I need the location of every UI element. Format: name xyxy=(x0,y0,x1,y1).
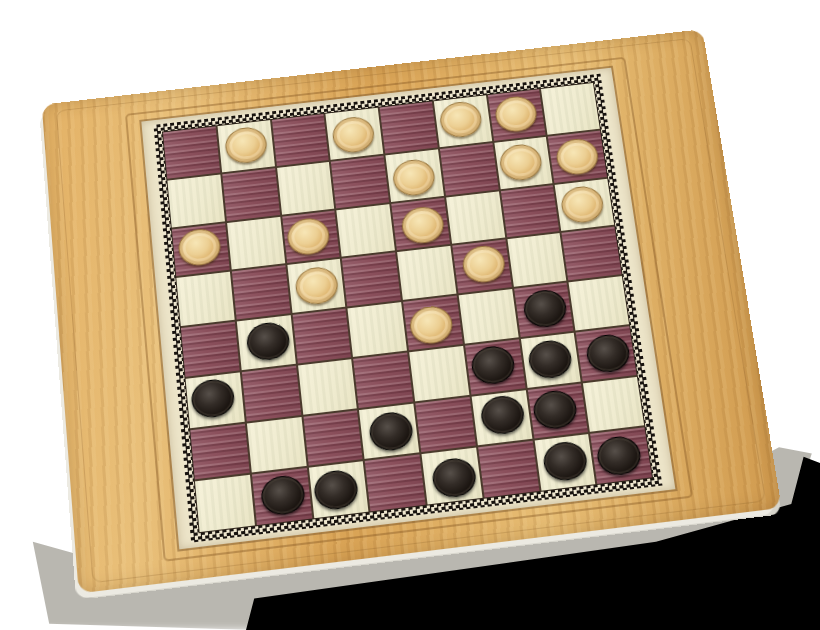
square-r4c6 xyxy=(514,283,574,337)
square-r4c3 xyxy=(348,302,407,357)
square-r3c6 xyxy=(507,233,567,287)
square-r1c7 xyxy=(548,130,607,182)
square-r1c0 xyxy=(167,174,224,227)
black-checker-piece xyxy=(479,394,526,437)
light-checker-piece xyxy=(331,115,376,155)
square-r4c2 xyxy=(292,309,351,364)
square-r1c3 xyxy=(331,155,389,208)
square-r5c1 xyxy=(242,366,301,421)
black-checker-piece xyxy=(469,344,516,386)
square-r6c1 xyxy=(247,417,307,473)
square-r5c0 xyxy=(186,372,245,428)
square-r2c3 xyxy=(337,204,395,257)
product-photo: Wooden checkers (draughts) board photogr… xyxy=(0,0,820,630)
square-r6c6 xyxy=(527,383,588,439)
square-r1c6 xyxy=(494,137,553,189)
black-checker-piece xyxy=(313,468,360,511)
square-r6c0 xyxy=(190,423,249,479)
square-r1c5 xyxy=(440,143,498,195)
light-checker-piece xyxy=(494,94,539,133)
square-r4c5 xyxy=(458,289,518,343)
black-checker-piece xyxy=(532,389,579,431)
square-r7c4 xyxy=(422,448,483,505)
square-r0c2 xyxy=(272,114,329,166)
square-r6c4 xyxy=(415,396,475,452)
square-r7c6 xyxy=(534,434,595,490)
light-checker-piece xyxy=(498,142,544,182)
square-r0c5 xyxy=(434,95,492,147)
light-checker-piece xyxy=(400,205,446,245)
square-r3c3 xyxy=(342,253,401,307)
light-checker-piece xyxy=(438,100,483,139)
square-r0c4 xyxy=(380,102,438,154)
square-r5c4 xyxy=(409,346,469,401)
light-checker-piece xyxy=(177,227,222,268)
square-r1c2 xyxy=(277,162,335,215)
square-r0c0 xyxy=(163,126,220,178)
black-checker-piece xyxy=(522,288,569,329)
square-r7c2 xyxy=(308,461,368,518)
square-r5c7 xyxy=(576,326,637,381)
black-checker-piece xyxy=(595,434,643,477)
light-checker-piece xyxy=(294,265,340,306)
square-r5c2 xyxy=(298,359,357,414)
decorative-border xyxy=(153,74,662,543)
square-r0c6 xyxy=(487,89,545,141)
checkers-board xyxy=(42,29,782,593)
square-r3c5 xyxy=(452,240,511,294)
square-r1c1 xyxy=(222,168,280,221)
light-checker-piece xyxy=(559,185,605,225)
square-r6c5 xyxy=(471,390,532,446)
square-r3c7 xyxy=(562,227,622,281)
square-r2c6 xyxy=(500,185,559,238)
square-r2c4 xyxy=(391,197,450,250)
black-checker-piece xyxy=(430,456,477,499)
light-checker-piece xyxy=(460,244,506,285)
square-r7c7 xyxy=(590,428,652,484)
square-r7c0 xyxy=(195,475,255,532)
light-checker-piece xyxy=(223,125,267,165)
square-r3c4 xyxy=(397,246,456,300)
play-area xyxy=(162,82,653,533)
black-checker-piece xyxy=(245,320,291,362)
square-r4c4 xyxy=(403,296,462,350)
square-r6c3 xyxy=(359,403,419,459)
square-r1c4 xyxy=(385,149,443,201)
square-r0c3 xyxy=(326,108,384,160)
square-r2c2 xyxy=(282,210,340,263)
square-r5c3 xyxy=(353,352,413,407)
square-r2c0 xyxy=(172,223,230,276)
square-r6c7 xyxy=(583,376,644,432)
square-r0c7 xyxy=(541,83,600,134)
square-r2c1 xyxy=(227,216,285,269)
square-r7c3 xyxy=(365,455,426,512)
board-panel xyxy=(141,68,675,550)
square-r6c2 xyxy=(303,410,363,466)
square-r5c6 xyxy=(520,332,580,387)
square-r0c1 xyxy=(217,120,274,172)
black-checker-piece xyxy=(527,338,574,380)
light-checker-piece xyxy=(554,136,600,176)
square-r7c1 xyxy=(252,468,312,525)
black-checker-piece xyxy=(368,410,415,453)
black-checker-piece xyxy=(542,440,590,483)
light-checker-piece xyxy=(391,157,436,197)
square-r3c1 xyxy=(232,265,290,319)
square-r3c2 xyxy=(287,259,346,313)
light-checker-piece xyxy=(408,304,454,346)
light-checker-piece xyxy=(286,217,331,258)
square-r4c7 xyxy=(569,276,629,330)
square-r2c7 xyxy=(555,178,614,231)
black-checker-piece xyxy=(190,377,236,419)
black-checker-piece xyxy=(585,332,632,374)
black-checker-piece xyxy=(259,474,306,517)
wooden-frame xyxy=(42,29,782,593)
square-r2c5 xyxy=(446,191,505,244)
square-r3c0 xyxy=(176,272,234,326)
square-r5c5 xyxy=(465,339,525,394)
square-r4c1 xyxy=(237,315,296,370)
square-r4c0 xyxy=(181,322,239,377)
square-r7c5 xyxy=(478,441,539,498)
